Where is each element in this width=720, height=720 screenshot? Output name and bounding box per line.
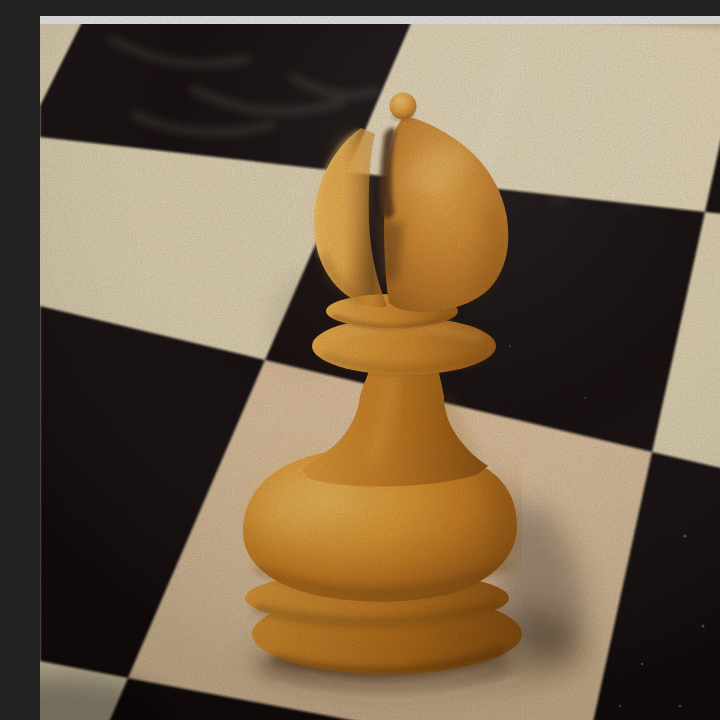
board-photo-svg bbox=[40, 16, 720, 720]
photo-grain bbox=[40, 16, 720, 720]
chess-photo: Close-up photograph of an antiqued golde… bbox=[40, 16, 720, 720]
